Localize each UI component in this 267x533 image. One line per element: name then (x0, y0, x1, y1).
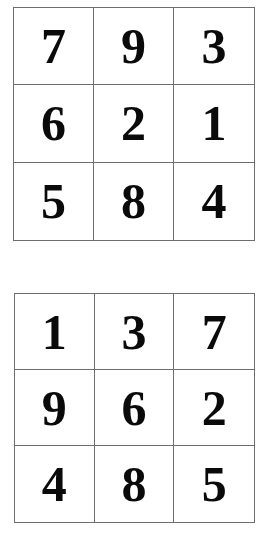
top-cell-r3c2: 8 (94, 163, 174, 240)
top-cell-r3c1: 5 (14, 163, 94, 240)
bottom-cell-r1c1: 1 (15, 294, 95, 370)
top-cell-r1c1: 7 (14, 8, 94, 85)
bottom-cell-r2c2: 6 (95, 370, 175, 446)
bottom-cell-r3c3: 5 (174, 446, 254, 522)
bottom-cell-r2c3: 2 (174, 370, 254, 446)
top-cell-r1c2: 9 (94, 8, 174, 85)
top-cell-r2c3: 1 (174, 85, 254, 162)
page: 7 9 3 6 2 1 5 8 4 1 3 7 9 6 2 4 8 5 (0, 0, 267, 533)
bottom-cell-r3c2: 8 (95, 446, 175, 522)
bottom-cell-r3c1: 4 (15, 446, 95, 522)
bottom-cell-r1c2: 3 (95, 294, 175, 370)
number-grid-top: 7 9 3 6 2 1 5 8 4 (13, 7, 255, 241)
top-cell-r2c2: 2 (94, 85, 174, 162)
bottom-cell-r2c1: 9 (15, 370, 95, 446)
bottom-cell-r1c3: 7 (174, 294, 254, 370)
number-grid-bottom: 1 3 7 9 6 2 4 8 5 (14, 293, 255, 523)
top-cell-r1c3: 3 (174, 8, 254, 85)
top-cell-r3c3: 4 (174, 163, 254, 240)
top-cell-r2c1: 6 (14, 85, 94, 162)
